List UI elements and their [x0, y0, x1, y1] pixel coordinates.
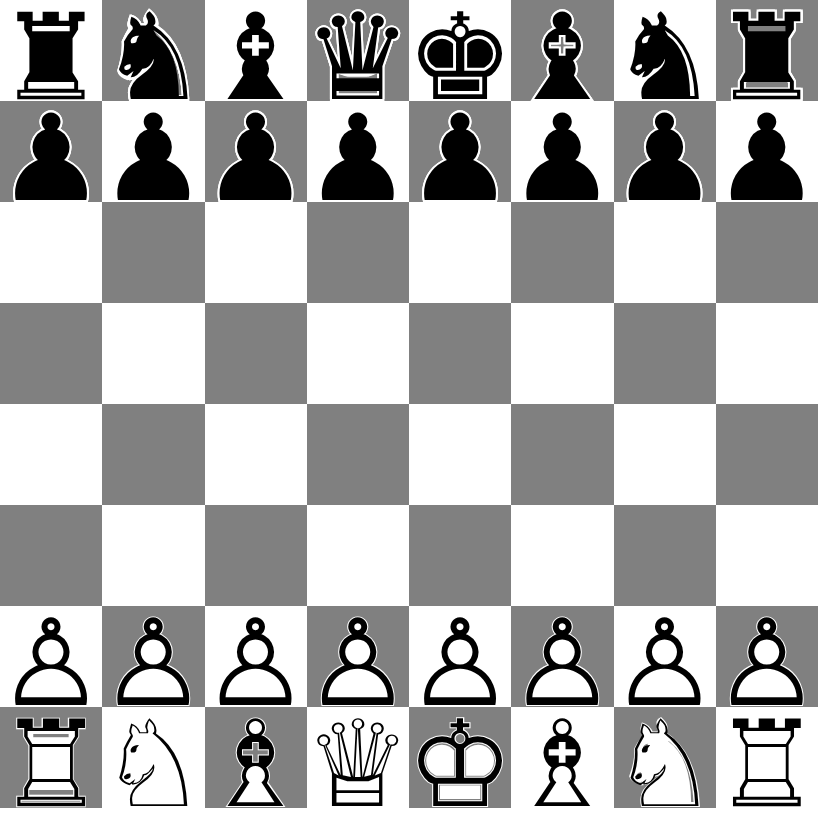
white-queen-icon: ♕	[307, 714, 409, 815]
square-c1[interactable]: ♝♗	[205, 707, 307, 808]
square-e2[interactable]: ♟♙	[409, 606, 511, 707]
square-g6[interactable]	[614, 202, 716, 303]
square-e1[interactable]: ♚♔	[409, 707, 511, 808]
square-d6[interactable]	[307, 202, 409, 303]
square-h8[interactable]: ♖♜	[716, 0, 818, 101]
square-f7[interactable]: ♙♟	[511, 101, 613, 202]
black-pawn-piece: ♙♟	[0, 108, 102, 209]
square-h3[interactable]	[716, 505, 818, 606]
square-b3[interactable]	[102, 505, 204, 606]
square-e7[interactable]: ♙♟	[409, 101, 511, 202]
square-h6[interactable]	[716, 202, 818, 303]
square-c5[interactable]	[205, 303, 307, 404]
square-a3[interactable]	[0, 505, 102, 606]
square-h1[interactable]: ♜♖	[716, 707, 818, 808]
square-g3[interactable]	[614, 505, 716, 606]
white-knight-piece: ♞♘	[614, 714, 716, 815]
square-f5[interactable]	[511, 303, 613, 404]
square-c3[interactable]	[205, 505, 307, 606]
square-d2[interactable]: ♟♙	[307, 606, 409, 707]
black-pawn-icon: ♟	[0, 108, 102, 209]
square-e5[interactable]	[409, 303, 511, 404]
black-pawn-piece: ♙♟	[511, 108, 613, 209]
square-h4[interactable]	[716, 404, 818, 505]
square-b8[interactable]: ♘♞	[102, 0, 204, 101]
white-knight-icon: ♘	[614, 714, 716, 815]
square-h5[interactable]	[716, 303, 818, 404]
black-pawn-icon: ♟	[102, 108, 204, 209]
black-pawn-piece: ♙♟	[409, 108, 511, 209]
square-b5[interactable]	[102, 303, 204, 404]
square-g1[interactable]: ♞♘	[614, 707, 716, 808]
square-d8[interactable]: ♕♛	[307, 0, 409, 101]
square-e3[interactable]	[409, 505, 511, 606]
square-g2[interactable]: ♟♙	[614, 606, 716, 707]
black-pawn-icon: ♟	[409, 108, 511, 209]
square-f4[interactable]	[511, 404, 613, 505]
square-f6[interactable]	[511, 202, 613, 303]
black-pawn-piece: ♙♟	[205, 108, 307, 209]
square-h2[interactable]: ♟♙	[716, 606, 818, 707]
black-pawn-icon: ♟	[205, 108, 307, 209]
square-g7[interactable]: ♙♟	[614, 101, 716, 202]
square-c4[interactable]	[205, 404, 307, 505]
white-knight-piece: ♞♘	[102, 714, 204, 815]
white-bishop-icon: ♗	[205, 714, 307, 815]
black-pawn-piece: ♙♟	[307, 108, 409, 209]
black-pawn-piece: ♙♟	[102, 108, 204, 209]
white-bishop-icon: ♗	[511, 714, 613, 815]
square-g5[interactable]	[614, 303, 716, 404]
square-b1[interactable]: ♞♘	[102, 707, 204, 808]
white-queen-piece: ♛♕	[307, 714, 409, 815]
black-pawn-icon: ♟	[511, 108, 613, 209]
square-b6[interactable]	[102, 202, 204, 303]
square-d7[interactable]: ♙♟	[307, 101, 409, 202]
white-bishop-piece: ♝♗	[205, 714, 307, 815]
square-b2[interactable]: ♟♙	[102, 606, 204, 707]
black-pawn-piece: ♙♟	[614, 108, 716, 209]
black-pawn-icon: ♟	[614, 108, 716, 209]
black-pawn-piece: ♙♟	[716, 108, 818, 209]
white-king-icon: ♔	[409, 714, 511, 815]
square-b7[interactable]: ♙♟	[102, 101, 204, 202]
chess-board: ♖♜♘♞♗♝♕♛♔♚♗♝♘♞♖♜♙♟♙♟♙♟♙♟♙♟♙♟♙♟♙♟♟♙♟♙♟♙♟♙…	[0, 0, 818, 808]
white-rook-icon: ♖	[0, 714, 102, 815]
white-bishop-piece: ♝♗	[511, 714, 613, 815]
square-e8[interactable]: ♔♚	[409, 0, 511, 101]
white-king-piece: ♚♔	[409, 714, 511, 815]
square-a5[interactable]	[0, 303, 102, 404]
square-c7[interactable]: ♙♟	[205, 101, 307, 202]
square-f8[interactable]: ♗♝	[511, 0, 613, 101]
square-c6[interactable]	[205, 202, 307, 303]
square-a6[interactable]	[0, 202, 102, 303]
square-d3[interactable]	[307, 505, 409, 606]
square-e4[interactable]	[409, 404, 511, 505]
square-c8[interactable]: ♗♝	[205, 0, 307, 101]
square-b4[interactable]	[102, 404, 204, 505]
square-f3[interactable]	[511, 505, 613, 606]
chess-diagram-page: ♖♜♘♞♗♝♕♛♔♚♗♝♘♞♖♜♙♟♙♟♙♟♙♟♙♟♙♟♙♟♙♟♟♙♟♙♟♙♟♙…	[0, 0, 818, 821]
square-a8[interactable]: ♖♜	[0, 0, 102, 101]
black-pawn-icon: ♟	[716, 108, 818, 209]
black-pawn-icon: ♟	[307, 108, 409, 209]
square-a4[interactable]	[0, 404, 102, 505]
square-d5[interactable]	[307, 303, 409, 404]
square-d4[interactable]	[307, 404, 409, 505]
square-f2[interactable]: ♟♙	[511, 606, 613, 707]
square-a1[interactable]: ♜♖	[0, 707, 102, 808]
square-f1[interactable]: ♝♗	[511, 707, 613, 808]
square-g8[interactable]: ♘♞	[614, 0, 716, 101]
square-d1[interactable]: ♛♕	[307, 707, 409, 808]
square-g4[interactable]	[614, 404, 716, 505]
square-h7[interactable]: ♙♟	[716, 101, 818, 202]
square-c2[interactable]: ♟♙	[205, 606, 307, 707]
white-knight-icon: ♘	[102, 714, 204, 815]
square-a2[interactable]: ♟♙	[0, 606, 102, 707]
square-a7[interactable]: ♙♟	[0, 101, 102, 202]
white-rook-icon: ♖	[716, 714, 818, 815]
white-rook-piece: ♜♖	[0, 714, 102, 815]
white-rook-piece: ♜♖	[716, 714, 818, 815]
square-e6[interactable]	[409, 202, 511, 303]
